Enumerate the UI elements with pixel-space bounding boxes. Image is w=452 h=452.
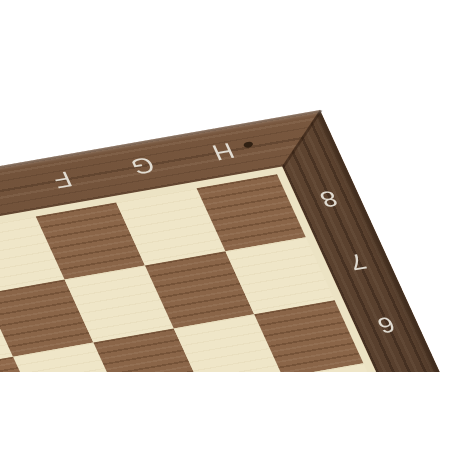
chessboard: ABCDEFGH87654321	[0, 110, 452, 372]
chessboard-photo: ABCDEFGH87654321	[0, 0, 452, 372]
product-photo-canvas: ABCDEFGH87654321	[0, 0, 452, 452]
